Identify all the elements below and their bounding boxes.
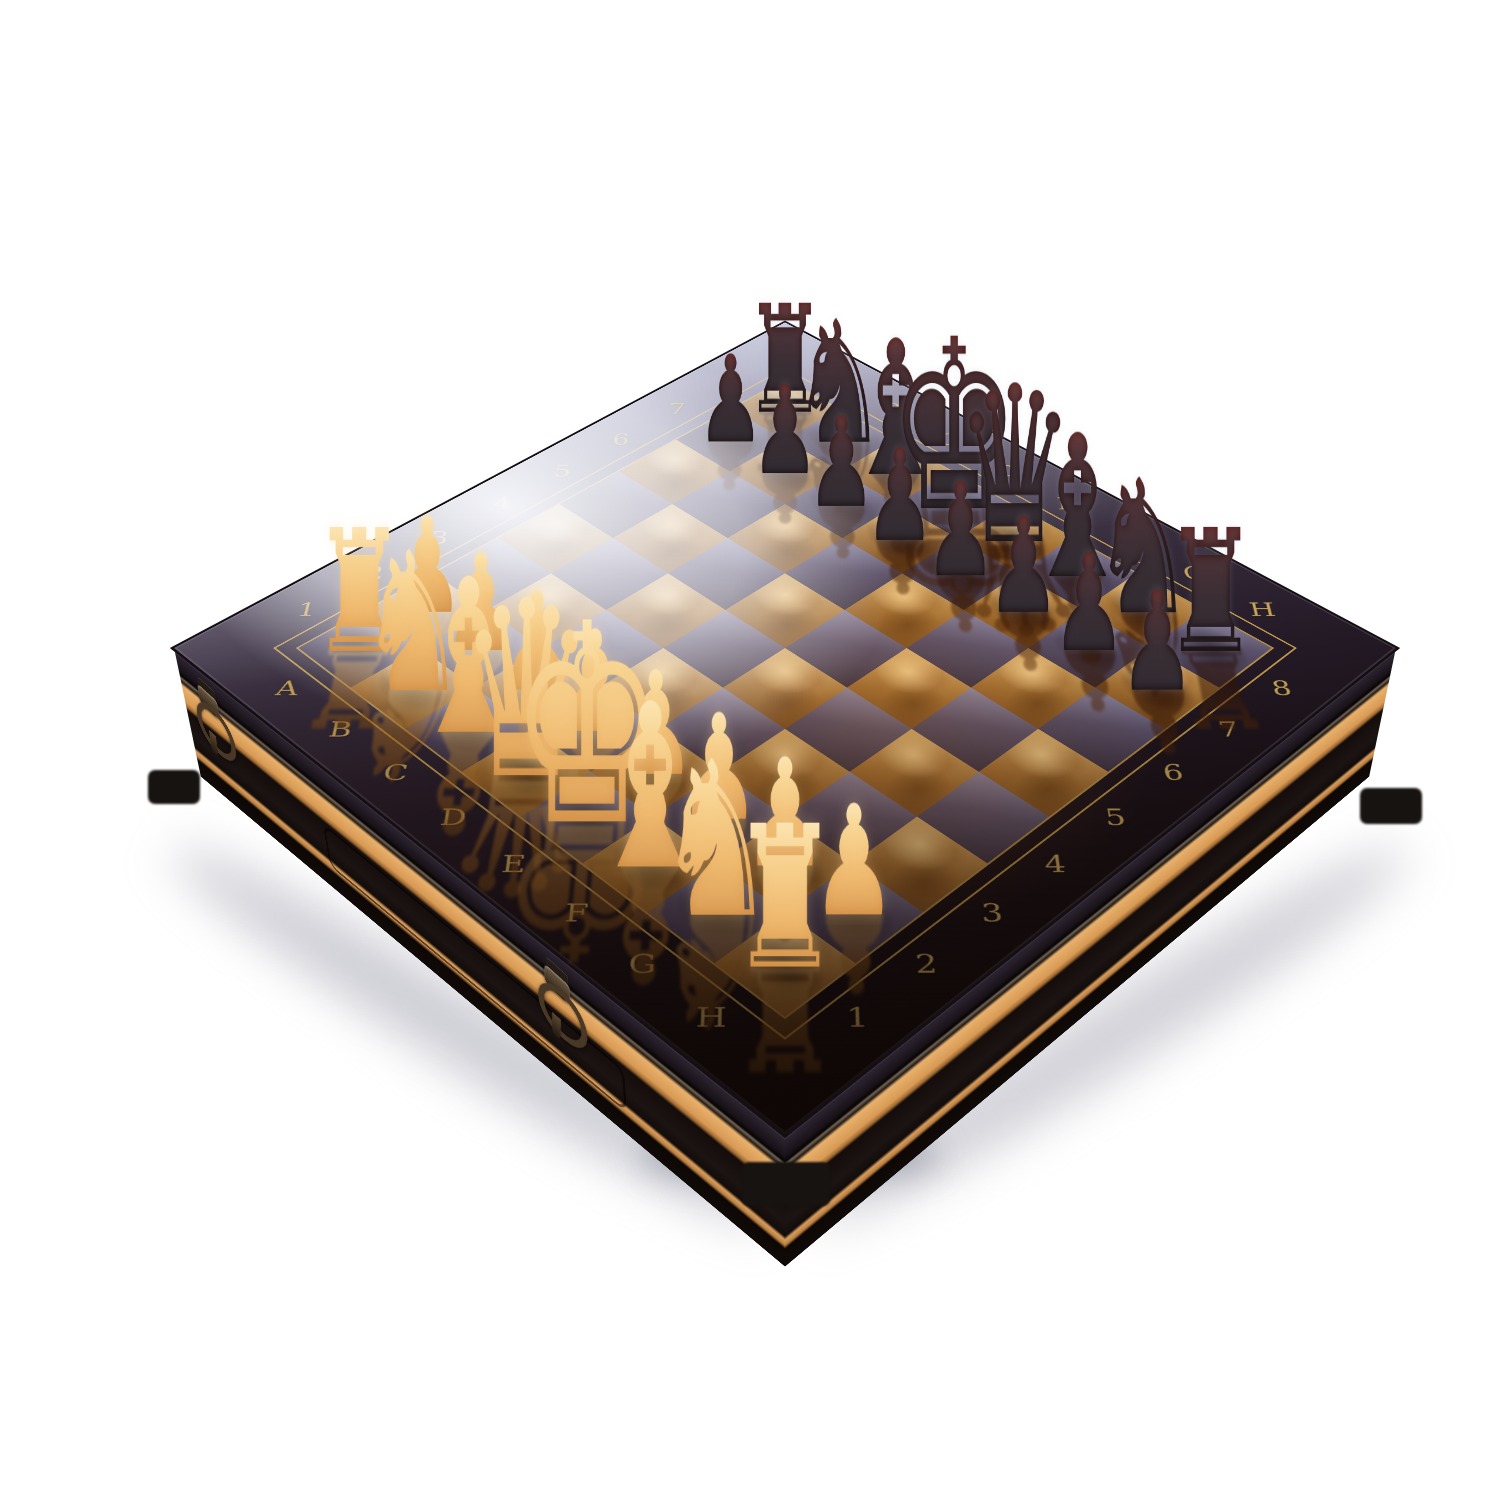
case-foot-east <box>1360 788 1422 824</box>
white-rook-glyph: ♜ <box>670 800 900 997</box>
rank-label-6-left: 6 <box>611 430 631 448</box>
file-label-b-far: B <box>882 400 903 417</box>
rank-label-5-left: 5 <box>553 462 574 481</box>
black-pawn-glyph: ♟ <box>1056 573 1258 711</box>
rank-label-7-left: 7 <box>668 400 687 417</box>
file-label-d-far: D <box>995 462 1020 481</box>
file-label-e-far: E <box>1055 494 1079 513</box>
case-foot-west <box>148 770 200 804</box>
file-label-a-far: A <box>828 371 848 388</box>
case-foot-south <box>742 1162 830 1206</box>
rank-label-8-left: 8 <box>723 371 741 388</box>
file-label-c-far: C <box>937 430 960 448</box>
chess-board-3d: AA11BB22CC33DD44EE55FF66GG77HH88 ♜♞♟♝♟♚♟… <box>174 322 1396 1134</box>
rank-label-4-left: 4 <box>492 494 514 513</box>
product-photo-scene: AA11BB22CC33DD44EE55FF66GG77HH88 ♜♞♟♝♟♚♟… <box>0 0 1500 1500</box>
